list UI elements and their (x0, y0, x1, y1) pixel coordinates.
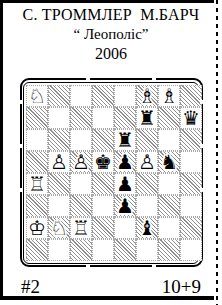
square-f8: ♝♗ (136, 85, 158, 107)
square-b6 (48, 129, 70, 151)
border-notch (200, 188, 204, 192)
black-queen: ♛ (180, 107, 202, 129)
problem-header: С. ТРОММЛЕР М.БАРЧ “ Леополіс” 2006 (0, 0, 222, 63)
square-b1 (48, 239, 70, 261)
white-pawn: ♙ (136, 151, 158, 173)
square-g3 (158, 195, 180, 217)
white-king: ♔ (26, 217, 48, 239)
black-knight: ♞ (158, 151, 180, 173)
square-h2 (180, 217, 202, 239)
border-notch (19, 100, 23, 104)
year-line: 2006 (0, 44, 222, 63)
square-a5 (26, 151, 48, 173)
square-b2: ♞♘ (48, 217, 70, 239)
square-g8: ♝♗ (158, 85, 180, 107)
white-bishop: ♗ (136, 85, 158, 107)
square-f7: ♜ (136, 107, 158, 129)
square-c4 (70, 173, 92, 195)
black-pawn: ♟ (114, 151, 136, 173)
square-a1 (26, 239, 48, 261)
problem-footer: #2 10+9 (18, 276, 204, 298)
square-f3 (136, 195, 158, 217)
black-rook: ♜ (114, 129, 136, 151)
square-c7 (70, 107, 92, 129)
square-f2: ♝ (136, 217, 158, 239)
chessboard: ♞♘♝♗♝♗♜♛♜♟♙♟♙♚♟♟♙♞♜♖♟♟♚♔♞♘♜♖♝ (26, 85, 202, 261)
white-pawn: ♙ (70, 151, 92, 173)
chess-problem-card: С. ТРОММЛЕР М.БАРЧ “ Леополіс” 2006 ♞♘♝♗… (0, 0, 222, 305)
square-e4: ♟ (114, 173, 136, 195)
square-c3 (70, 195, 92, 217)
square-d1 (92, 239, 114, 261)
border-notch (152, 264, 156, 268)
square-e3: ♟ (114, 195, 136, 217)
square-b5: ♟♙ (48, 151, 70, 173)
chessboard-frame: ♞♘♝♗♝♗♜♛♜♟♙♟♙♚♟♟♙♞♜♖♟♟♚♔♞♘♜♖♝ (20, 78, 203, 267)
square-c1 (70, 239, 92, 261)
square-g5: ♞ (158, 151, 180, 173)
white-bishop: ♗ (158, 85, 180, 107)
square-d2 (92, 217, 114, 239)
square-d8 (92, 85, 114, 107)
square-f6 (136, 129, 158, 151)
square-h5 (180, 151, 202, 173)
chessboard-inner-frame: ♞♘♝♗♝♗♜♛♜♟♙♟♙♚♟♟♙♞♜♖♟♟♚♔♞♘♜♖♝ (23, 82, 199, 264)
square-a3 (26, 195, 48, 217)
black-king: ♚ (92, 151, 114, 173)
square-e2 (114, 217, 136, 239)
square-h3 (180, 195, 202, 217)
square-c8 (70, 85, 92, 107)
square-f5: ♟♙ (136, 151, 158, 173)
square-e7 (114, 107, 136, 129)
page-border-left (0, 0, 3, 299)
black-pawn: ♟ (114, 195, 136, 217)
square-e5: ♟ (114, 151, 136, 173)
square-e8 (114, 85, 136, 107)
square-c6 (70, 129, 92, 151)
black-rook: ♜ (136, 107, 158, 129)
authors-line: С. ТРОММЛЕР М.БАРЧ (0, 5, 222, 25)
white-knight: ♘ (48, 217, 70, 239)
black-bishop: ♝ (136, 217, 158, 239)
square-g1 (158, 239, 180, 261)
square-b4 (48, 173, 70, 195)
square-g6 (158, 129, 180, 151)
square-c2: ♜♖ (70, 217, 92, 239)
white-knight: ♘ (26, 85, 48, 107)
square-f4 (136, 173, 158, 195)
square-g7 (158, 107, 180, 129)
square-e1 (114, 239, 136, 261)
square-a6 (26, 129, 48, 151)
square-d7 (92, 107, 114, 129)
material-count-label: 10+9 (162, 276, 201, 298)
square-e6: ♜ (114, 129, 136, 151)
square-d4 (92, 173, 114, 195)
white-rook: ♖ (70, 217, 92, 239)
square-d5: ♚ (92, 151, 114, 173)
square-h1 (180, 239, 202, 261)
page-border-bottom (0, 296, 214, 300)
square-a4: ♜♖ (26, 173, 48, 195)
square-a7 (26, 107, 48, 129)
border-notch (86, 77, 90, 81)
square-b7 (48, 107, 70, 129)
border-notch (86, 264, 90, 268)
stipulation-label: #2 (21, 276, 40, 298)
square-b8 (48, 85, 70, 107)
square-b3 (48, 195, 70, 217)
page-border-top (0, 0, 214, 3)
border-notch (19, 144, 23, 148)
square-d6 (92, 129, 114, 151)
white-pawn: ♙ (48, 151, 70, 173)
border-notch (200, 144, 204, 148)
square-g2 (158, 217, 180, 239)
source-line: “ Леополіс” (0, 25, 222, 44)
square-h7: ♛ (180, 107, 202, 129)
page-border-right-dashed (216, 0, 218, 305)
white-rook: ♖ (26, 173, 48, 195)
square-a2: ♚♔ (26, 217, 48, 239)
square-f1 (136, 239, 158, 261)
square-a8: ♞♘ (26, 85, 48, 107)
border-notch (152, 77, 156, 81)
square-g4 (158, 173, 180, 195)
square-d3 (92, 195, 114, 217)
border-notch (200, 100, 204, 104)
border-notch (19, 188, 23, 192)
square-c5: ♟♙ (70, 151, 92, 173)
black-pawn: ♟ (114, 173, 136, 195)
